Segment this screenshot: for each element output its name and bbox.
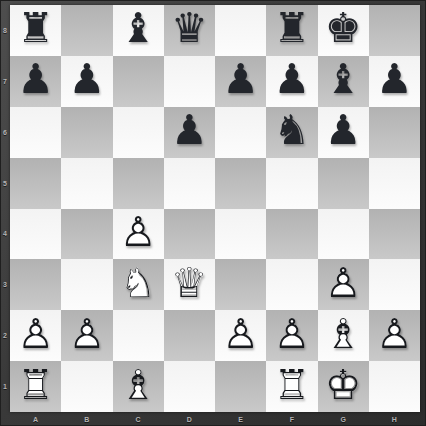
square-f3[interactable] [266,259,317,310]
rank-label-6: 6 [0,107,10,158]
piece-glyph: ♙ [325,263,362,304]
piece-glyph: ♖ [17,364,54,405]
piece-white-rook-f1[interactable]: ♜♖ [266,361,317,412]
file-label-g: G [318,412,369,426]
piece-white-rook-a1[interactable]: ♜♖ [10,361,61,412]
piece-black-pawn-d6[interactable]: ♟ [164,107,215,158]
piece-black-pawn-b7[interactable]: ♟ [61,56,112,107]
square-d3[interactable]: ♛♕ [164,259,215,310]
piece-glyph: ♙ [376,314,413,355]
square-b6[interactable] [61,107,112,158]
square-e2[interactable]: ♟♙ [215,310,266,361]
piece-glyph: ♟ [222,59,259,100]
square-g5[interactable] [318,158,369,209]
piece-white-bishop-c1[interactable]: ♝♗ [113,361,164,412]
chess-board-frame: 87654321 ABCDEFGH ♜♝♛♜♚♟♟♟♟♝♟♟♞♟♟♙♞♘♛♕♟♙… [0,0,426,426]
piece-black-knight-f6[interactable]: ♞ [266,107,317,158]
square-a4[interactable] [10,209,61,260]
piece-glyph: ♟ [17,59,54,100]
square-g6[interactable]: ♟ [318,107,369,158]
piece-glyph: ♙ [68,314,105,355]
square-f6[interactable]: ♞ [266,107,317,158]
square-c4[interactable]: ♟♙ [113,209,164,260]
square-a7[interactable]: ♟ [10,56,61,107]
rank-label-2: 2 [0,310,10,361]
square-e1[interactable] [215,361,266,412]
square-c6[interactable] [113,107,164,158]
piece-glyph: ♝ [325,59,362,100]
piece-glyph: ♔ [325,364,362,405]
piece-black-bishop-g7[interactable]: ♝ [318,56,369,107]
square-g8[interactable]: ♚ [318,5,369,56]
square-f8[interactable]: ♜ [266,5,317,56]
rank-label-5: 5 [0,158,10,209]
square-h8[interactable] [369,5,420,56]
rank-label-3: 3 [0,259,10,310]
piece-glyph: ♙ [17,314,54,355]
piece-black-rook-f8[interactable]: ♜ [266,5,317,56]
square-e5[interactable] [215,158,266,209]
piece-glyph: ♙ [273,314,310,355]
piece-glyph: ♘ [120,263,157,304]
file-label-d: D [164,412,215,426]
rank-label-7: 7 [0,56,10,107]
rank-label-1: 1 [0,361,10,412]
piece-white-pawn-g3[interactable]: ♟♙ [318,259,369,310]
square-b2[interactable]: ♟♙ [61,310,112,361]
piece-white-pawn-a2[interactable]: ♟♙ [10,310,61,361]
square-c2[interactable] [113,310,164,361]
piece-glyph: ♗ [120,364,157,405]
square-f2[interactable]: ♟♙ [266,310,317,361]
piece-glyph: ♟ [273,59,310,100]
square-f5[interactable] [266,158,317,209]
piece-white-knight-c3[interactable]: ♞♘ [113,259,164,310]
piece-glyph: ♖ [273,364,310,405]
file-label-h: H [369,412,420,426]
file-label-e: E [215,412,266,426]
piece-white-pawn-e2[interactable]: ♟♙ [215,310,266,361]
file-label-f: F [266,412,317,426]
piece-black-pawn-a7[interactable]: ♟ [10,56,61,107]
square-g4[interactable] [318,209,369,260]
square-b3[interactable] [61,259,112,310]
square-d4[interactable] [164,209,215,260]
square-b1[interactable] [61,361,112,412]
square-h7[interactable]: ♟ [369,56,420,107]
square-h1[interactable] [369,361,420,412]
square-b8[interactable] [61,5,112,56]
piece-black-rook-a8[interactable]: ♜ [10,5,61,56]
square-h5[interactable] [369,158,420,209]
piece-glyph: ♟ [68,59,105,100]
square-g3[interactable]: ♟♙ [318,259,369,310]
piece-glyph: ♝ [120,8,157,49]
piece-glyph: ♗ [325,314,362,355]
piece-glyph: ♞ [273,110,310,151]
piece-glyph: ♚ [325,8,362,49]
square-c1[interactable]: ♝♗ [113,361,164,412]
piece-glyph: ♟ [171,110,208,151]
piece-black-pawn-f7[interactable]: ♟ [266,56,317,107]
square-f4[interactable] [266,209,317,260]
piece-glyph: ♕ [171,263,208,304]
chess-board: ♜♝♛♜♚♟♟♟♟♝♟♟♞♟♟♙♞♘♛♕♟♙♟♙♟♙♟♙♟♙♝♗♟♙♜♖♝♗♜♖… [10,5,420,412]
square-e3[interactable] [215,259,266,310]
file-labels: ABCDEFGH [10,412,420,426]
square-g7[interactable]: ♝ [318,56,369,107]
piece-white-king-g1[interactable]: ♚♔ [318,361,369,412]
square-g2[interactable]: ♝♗ [318,310,369,361]
square-c5[interactable] [113,158,164,209]
square-e4[interactable] [215,209,266,260]
piece-white-bishop-g2[interactable]: ♝♗ [318,310,369,361]
square-h4[interactable] [369,209,420,260]
square-e8[interactable] [215,5,266,56]
square-f7[interactable]: ♟ [266,56,317,107]
square-h3[interactable] [369,259,420,310]
rank-label-8: 8 [0,5,10,56]
square-b7[interactable]: ♟ [61,56,112,107]
square-b5[interactable] [61,158,112,209]
square-e6[interactable] [215,107,266,158]
piece-black-bishop-c8[interactable]: ♝ [113,5,164,56]
piece-white-queen-d3[interactable]: ♛♕ [164,259,215,310]
rank-labels: 87654321 [0,5,10,412]
piece-glyph: ♜ [17,8,54,49]
piece-white-pawn-h2[interactable]: ♟♙ [369,310,420,361]
piece-black-pawn-e7[interactable]: ♟ [215,56,266,107]
square-g1[interactable]: ♚♔ [318,361,369,412]
piece-glyph: ♙ [120,212,157,253]
square-b4[interactable] [61,209,112,260]
square-c8[interactable]: ♝ [113,5,164,56]
piece-white-pawn-c4[interactable]: ♟♙ [113,209,164,260]
piece-glyph: ♟ [376,59,413,100]
square-d1[interactable] [164,361,215,412]
square-f1[interactable]: ♜♖ [266,361,317,412]
square-e7[interactable]: ♟ [215,56,266,107]
square-a6[interactable] [10,107,61,158]
piece-glyph: ♟ [325,110,362,151]
square-h2[interactable]: ♟♙ [369,310,420,361]
file-label-a: A [10,412,61,426]
file-label-b: B [61,412,112,426]
square-a1[interactable]: ♜♖ [10,361,61,412]
piece-black-pawn-g6[interactable]: ♟ [318,107,369,158]
piece-black-queen-d8[interactable]: ♛ [164,5,215,56]
piece-black-pawn-h7[interactable]: ♟ [369,56,420,107]
square-d2[interactable] [164,310,215,361]
square-c7[interactable] [113,56,164,107]
square-d8[interactable]: ♛ [164,5,215,56]
file-label-c: C [113,412,164,426]
piece-black-king-g8[interactable]: ♚ [318,5,369,56]
square-d7[interactable] [164,56,215,107]
square-a3[interactable] [10,259,61,310]
rank-label-4: 4 [0,209,10,260]
square-a5[interactable] [10,158,61,209]
square-a2[interactable]: ♟♙ [10,310,61,361]
square-d5[interactable] [164,158,215,209]
piece-glyph: ♙ [222,314,259,355]
square-c3[interactable]: ♞♘ [113,259,164,310]
piece-white-pawn-f2[interactable]: ♟♙ [266,310,317,361]
piece-white-pawn-b2[interactable]: ♟♙ [61,310,112,361]
square-a8[interactable]: ♜ [10,5,61,56]
piece-glyph: ♛ [171,8,208,49]
square-d6[interactable]: ♟ [164,107,215,158]
square-h6[interactable] [369,107,420,158]
piece-glyph: ♜ [273,8,310,49]
